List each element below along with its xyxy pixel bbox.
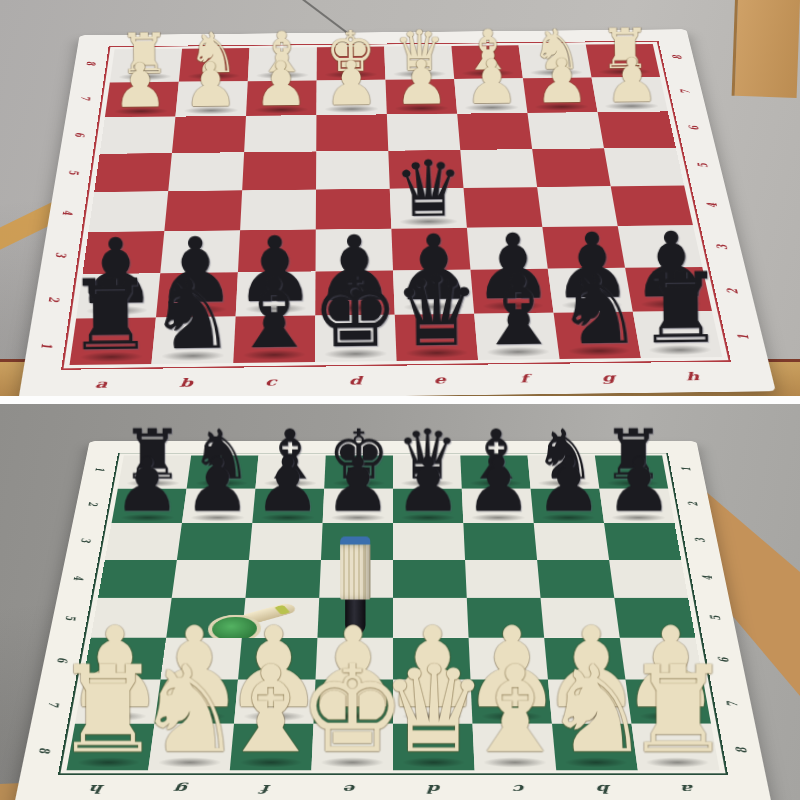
- file-label: d: [313, 373, 398, 387]
- file-label: e: [397, 372, 482, 386]
- board-square: [172, 560, 249, 598]
- board-square: ♝: [233, 316, 315, 364]
- board-square: [244, 115, 316, 152]
- rank-label: 4: [670, 571, 747, 585]
- black-piece-b: ♝: [230, 267, 318, 360]
- rank-label: 3: [47, 533, 123, 547]
- board-square: [245, 560, 320, 598]
- file-label: a: [645, 782, 732, 795]
- black-piece-p: ♟: [113, 450, 180, 521]
- board-square: [537, 560, 614, 598]
- board-frame-line: ♜♞♝♚♛♝♞♜♟♟♟♟♟♟♟♟♟♟♟♟♟♟♟♟♜♞♝♚♛♝♞♜: [58, 453, 728, 775]
- board-square: ♟: [323, 489, 393, 524]
- file-label: h: [54, 782, 141, 795]
- green-white-chess-board: ♜♞♝♚♛♝♞♜♟♟♟♟♟♟♟♟♟♟♟♟♟♟♟♟♜♞♝♚♛♝♞♜ hgfedcb…: [14, 441, 772, 800]
- board-square: ♛: [395, 314, 478, 361]
- rank-label: 4: [39, 571, 116, 585]
- rank-label: 8: [642, 51, 714, 64]
- black-piece-p: ♟: [254, 450, 321, 521]
- black-piece-q: ♛: [393, 266, 481, 359]
- label-tube: [340, 536, 371, 599]
- file-label: e: [308, 782, 393, 795]
- black-piece-n: ♞: [148, 268, 236, 361]
- board-square: ♟: [182, 489, 256, 524]
- black-piece-k: ♚: [311, 266, 399, 359]
- file-labels: hgfedcba: [53, 778, 733, 800]
- board-square: [460, 149, 537, 188]
- board-square: [534, 523, 609, 559]
- file-labels: abcdefgh: [57, 365, 736, 396]
- red-white-chess-board: ♜♞♝♚♛♝♞♜♟♟♟♟♟♟♟♟♛♟♟♟♟♟♟♟♟♜♞♝♚♛♝♞♜ abcdef…: [18, 29, 776, 396]
- white-piece-p: ♟: [324, 55, 379, 113]
- black-piece-p: ♟: [605, 450, 672, 521]
- board-square: ♟: [385, 79, 457, 114]
- board-square: ♟: [531, 489, 605, 524]
- board-frame-line: ♜♞♝♚♛♝♞♜♟♟♟♟♟♟♟♟♛♟♟♟♟♟♟♟♟♜♞♝♚♛♝♞♜: [61, 41, 731, 370]
- board-square: [316, 114, 388, 151]
- top-photo-red-board: ♜♞♝♚♛♝♞♜♟♟♟♟♟♟♟♟♛♟♟♟♟♟♟♟♟♜♞♝♚♛♝♞♜ abcdef…: [0, 0, 800, 396]
- board-square: ♝: [474, 313, 559, 360]
- board-square: [249, 523, 323, 559]
- board-square: [177, 523, 252, 559]
- rank-label: 7: [48, 91, 121, 105]
- board-square: ♟: [462, 489, 534, 524]
- file-label: g: [565, 370, 651, 384]
- black-piece-p: ♟: [535, 450, 602, 521]
- black-piece-r: ♜: [637, 263, 725, 356]
- board-square: ♟: [316, 80, 386, 115]
- white-piece-r: ♜: [624, 654, 732, 768]
- rank-label: 7: [649, 85, 723, 99]
- rank-label: 2: [657, 497, 731, 510]
- board-square: [242, 151, 316, 190]
- rank-label: 5: [665, 158, 743, 173]
- black-piece-r: ♜: [66, 269, 154, 362]
- white-piece-p: ♟: [394, 54, 449, 112]
- rank-label: 6: [42, 127, 117, 142]
- vinyl-board-mat: ♜♞♝♚♛♝♞♜♟♟♟♟♟♟♟♟♟♟♟♟♟♟♟♟♜♞♝♚♛♝♞♜ hgfedcb…: [14, 441, 772, 800]
- rank-label: 1: [651, 463, 723, 475]
- rank-label: 6: [657, 121, 733, 135]
- black-piece-p: ♟: [395, 450, 462, 521]
- file-label: b: [561, 782, 647, 795]
- board-square: [393, 523, 465, 559]
- rank-label: 8: [54, 57, 126, 70]
- black-piece-n: ♞: [556, 264, 644, 357]
- white-piece-p: ♟: [464, 53, 519, 111]
- board-square: ♟: [252, 489, 324, 524]
- black-piece-p: ♟: [184, 450, 251, 521]
- board-square: ♟: [393, 489, 463, 524]
- rank-label: 1: [63, 463, 135, 475]
- file-label: a: [58, 377, 144, 391]
- bottom-photo-green-board: ♜♞♝♚♛♝♞♜♟♟♟♟♟♟♟♟♟♟♟♟♟♟♟♟♜♞♝♚♛♝♞♜ hgfedcb…: [0, 404, 800, 800]
- file-label: c: [228, 374, 313, 388]
- board-square: ♟: [523, 78, 598, 113]
- board-square: ♞: [151, 317, 235, 365]
- file-label: f: [481, 371, 567, 385]
- cardboard-box-corner: [732, 0, 800, 98]
- board-square: [457, 113, 532, 150]
- file-label: b: [143, 376, 229, 390]
- board-square: ♟: [246, 80, 317, 115]
- rank-label: 5: [35, 165, 112, 180]
- board-square: [527, 112, 604, 149]
- white-piece-p: ♟: [253, 56, 308, 114]
- black-piece-b: ♝: [474, 265, 562, 358]
- rank-label: 2: [56, 497, 130, 510]
- photo-divider: [0, 396, 800, 404]
- chess-grid-red: ♜♞♝♚♛♝♞♜♟♟♟♟♟♟♟♟♛♟♟♟♟♟♟♟♟♜♞♝♚♛♝♞♜: [70, 44, 723, 365]
- rank-label: 3: [663, 533, 739, 547]
- board-square: ♟: [175, 81, 247, 116]
- board-square: ♚: [315, 315, 397, 362]
- board-square: [172, 116, 246, 153]
- board-square: ♜: [633, 311, 722, 358]
- board-square: [393, 560, 467, 598]
- vinyl-board-mat: ♜♞♝♚♛♝♞♜♟♟♟♟♟♟♟♟♛♟♟♟♟♟♟♟♟♜♞♝♚♛♝♞♜ abcdef…: [18, 29, 776, 396]
- file-label: c: [477, 782, 562, 795]
- white-piece-p: ♟: [183, 56, 238, 114]
- board-square: [316, 151, 390, 190]
- file-label: d: [393, 782, 478, 795]
- white-piece-p: ♟: [534, 53, 589, 111]
- file-label: h: [649, 369, 736, 383]
- board-square: ♜: [631, 724, 719, 770]
- board-square: [168, 152, 244, 191]
- board-square: [463, 523, 537, 559]
- board-square: [465, 560, 540, 598]
- board-square: ♟: [454, 78, 527, 113]
- board-square: ♜: [70, 318, 156, 366]
- board-square: ♞: [554, 312, 641, 359]
- file-label: f: [224, 782, 309, 795]
- black-piece-p: ♟: [465, 450, 532, 521]
- file-label: g: [139, 782, 225, 795]
- black-piece-p: ♟: [324, 450, 391, 521]
- chess-grid-green: ♜♞♝♚♛♝♞♜♟♟♟♟♟♟♟♟♟♟♟♟♟♟♟♟♜♞♝♚♛♝♞♜: [67, 456, 720, 771]
- board-square: [532, 148, 611, 187]
